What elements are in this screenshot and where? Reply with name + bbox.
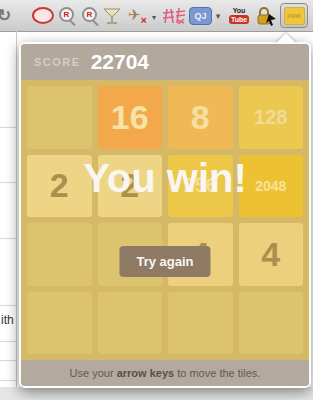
game-board: 16812822256204844You win!Try again: [21, 80, 309, 360]
score-label: SCORE: [34, 56, 81, 68]
footer-hint: Use your arrow keys to move the tiles.: [21, 360, 309, 386]
page-rule: [0, 182, 16, 183]
score-value: 22704: [91, 50, 149, 74]
refresh-icon[interactable]: ↻: [0, 0, 14, 31]
tile-128: 128: [239, 86, 304, 149]
youtube-icon[interactable]: You Tube: [226, 0, 252, 31]
tile-16: 16: [98, 86, 163, 149]
tile-2048: 2048: [239, 155, 304, 218]
speech-bubble-icon[interactable]: [32, 0, 54, 31]
tile-2: 2: [27, 155, 92, 218]
plane-block-icon[interactable]: ✈ × ▾: [127, 0, 155, 31]
page-edge-line: [16, 31, 17, 400]
page-rule: [0, 360, 16, 361]
empty-cell: [27, 223, 92, 286]
hint-text: Use your arrow keys to move the tiles.: [70, 367, 261, 379]
tile-8: 8: [168, 86, 233, 149]
page-rule: [0, 305, 16, 306]
screen: ↻ R R ✈ ×: [0, 0, 313, 400]
cjk-dictionary-icon[interactable]: [161, 0, 187, 31]
page-rule: [0, 238, 16, 239]
martini-icon[interactable]: [101, 0, 123, 31]
page-text-fragment: ith: [1, 313, 14, 327]
dropdown-caret-icon[interactable]: ▾: [213, 0, 223, 31]
game-popup-2048: SCORE 22704 16812822256204844You win!Try…: [19, 42, 311, 388]
score-bar: SCORE 22704: [21, 44, 309, 80]
browser-toolbar: ↻ R R ✈ ×: [0, 0, 313, 32]
tile-4: 4: [239, 223, 304, 286]
page-rule: [0, 127, 16, 128]
empty-cell: [98, 292, 163, 355]
qj-icon[interactable]: QJ: [189, 0, 212, 31]
try-again-button[interactable]: Try again: [119, 246, 210, 277]
empty-cell: [168, 292, 233, 355]
empty-cell: [27, 86, 92, 149]
empty-cell: [239, 292, 304, 355]
popup-arrow: [275, 33, 297, 44]
game-2048-icon[interactable]: 2048: [280, 0, 308, 31]
empty-cell: [27, 292, 92, 355]
tile-256: 256: [168, 155, 233, 218]
page-bottom-strip: [0, 387, 313, 400]
search-r-icon-2[interactable]: R: [81, 0, 101, 31]
search-r-icon[interactable]: R: [58, 0, 78, 31]
page-rule: [0, 341, 16, 342]
tile-2: 2: [98, 155, 163, 218]
page-rule: [0, 380, 16, 381]
lock-icon[interactable]: [254, 0, 278, 31]
